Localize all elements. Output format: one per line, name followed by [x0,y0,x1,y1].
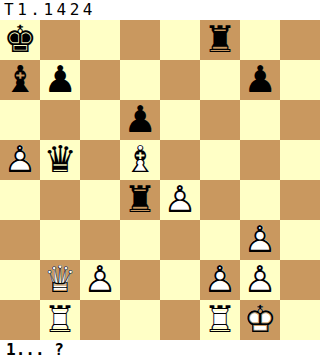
white-rook: ♜♖ [40,300,80,340]
square-f5[interactable] [200,140,240,180]
square-h6[interactable] [280,100,320,140]
white-queen: ♛♕ [40,260,80,300]
black-queen: ♛ [40,140,80,180]
square-b3[interactable] [40,220,80,260]
white-pawn: ♟♙ [160,180,200,220]
square-g8[interactable] [240,20,280,60]
square-h4[interactable] [280,180,320,220]
square-f6[interactable] [200,100,240,140]
square-b2[interactable]: ♛♕ [40,260,80,300]
white-pawn: ♟♙ [240,220,280,260]
chess-board: ♚♜♝♟♟♟♟♙♛♝♗♜♟♙♟♙♛♕♟♙♟♙♟♙♜♖♜♖♚♔ [0,20,320,340]
square-c5[interactable] [80,140,120,180]
white-bishop: ♝♗ [120,140,160,180]
square-g2[interactable]: ♟♙ [240,260,280,300]
square-e6[interactable] [160,100,200,140]
square-g3[interactable]: ♟♙ [240,220,280,260]
square-b5[interactable]: ♛ [40,140,80,180]
square-b6[interactable] [40,100,80,140]
square-e8[interactable] [160,20,200,60]
white-king: ♚♔ [240,300,280,340]
white-pawn: ♟♙ [80,260,120,300]
square-h3[interactable] [280,220,320,260]
black-rook: ♜ [120,180,160,220]
square-a5[interactable]: ♟♙ [0,140,40,180]
square-h2[interactable] [280,260,320,300]
square-a8[interactable]: ♚ [0,20,40,60]
square-h1[interactable] [280,300,320,340]
square-d2[interactable] [120,260,160,300]
black-king: ♚ [0,20,40,60]
black-pawn: ♟ [40,60,80,100]
puzzle-id: T1.1424 [0,0,320,20]
square-b4[interactable] [40,180,80,220]
square-c8[interactable] [80,20,120,60]
square-e2[interactable] [160,260,200,300]
square-d7[interactable] [120,60,160,100]
square-c3[interactable] [80,220,120,260]
square-b1[interactable]: ♜♖ [40,300,80,340]
square-f1[interactable]: ♜♖ [200,300,240,340]
square-e4[interactable]: ♟♙ [160,180,200,220]
square-c7[interactable] [80,60,120,100]
white-pawn: ♟♙ [240,260,280,300]
square-d8[interactable] [120,20,160,60]
square-a4[interactable] [0,180,40,220]
square-g7[interactable]: ♟ [240,60,280,100]
square-a6[interactable] [0,100,40,140]
square-a3[interactable] [0,220,40,260]
square-a2[interactable] [0,260,40,300]
black-bishop: ♝ [0,60,40,100]
black-pawn: ♟ [240,60,280,100]
square-f3[interactable] [200,220,240,260]
black-rook: ♜ [200,20,240,60]
white-rook: ♜♖ [200,300,240,340]
square-d3[interactable] [120,220,160,260]
square-c4[interactable] [80,180,120,220]
move-prompt: 1... ? [0,340,320,360]
square-e5[interactable] [160,140,200,180]
square-e3[interactable] [160,220,200,260]
square-e7[interactable] [160,60,200,100]
square-b7[interactable]: ♟ [40,60,80,100]
square-b8[interactable] [40,20,80,60]
square-f8[interactable]: ♜ [200,20,240,60]
white-pawn: ♟♙ [200,260,240,300]
black-pawn: ♟ [120,100,160,140]
square-e1[interactable] [160,300,200,340]
square-h8[interactable] [280,20,320,60]
square-h5[interactable] [280,140,320,180]
square-g5[interactable] [240,140,280,180]
square-d5[interactable]: ♝♗ [120,140,160,180]
square-c6[interactable] [80,100,120,140]
square-c2[interactable]: ♟♙ [80,260,120,300]
square-g6[interactable] [240,100,280,140]
square-d4[interactable]: ♜ [120,180,160,220]
square-a7[interactable]: ♝ [0,60,40,100]
square-a1[interactable] [0,300,40,340]
square-c1[interactable] [80,300,120,340]
square-d6[interactable]: ♟ [120,100,160,140]
square-f7[interactable] [200,60,240,100]
white-pawn: ♟♙ [0,140,40,180]
square-d1[interactable] [120,300,160,340]
square-h7[interactable] [280,60,320,100]
square-f2[interactable]: ♟♙ [200,260,240,300]
square-f4[interactable] [200,180,240,220]
square-g1[interactable]: ♚♔ [240,300,280,340]
square-g4[interactable] [240,180,280,220]
chess-tactics-puzzle: T1.1424 ♚♜♝♟♟♟♟♙♛♝♗♜♟♙♟♙♛♕♟♙♟♙♟♙♜♖♜♖♚♔ 1… [0,0,320,360]
